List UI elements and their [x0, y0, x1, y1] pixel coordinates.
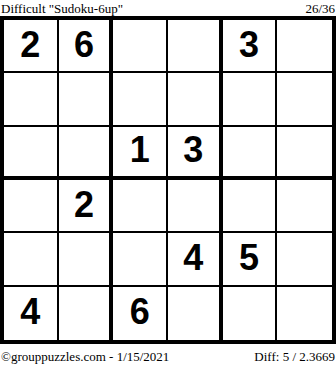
cell-r4c2-given-2[interactable]: 2: [59, 180, 114, 233]
cell-r4c3-empty[interactable]: [113, 180, 168, 233]
difficulty-rating: Diff: 5 / 2.3669: [254, 349, 335, 365]
cell-r3c6-empty[interactable]: [277, 127, 332, 180]
cell-r1c6-empty[interactable]: [277, 20, 332, 73]
cell-r2c1-empty[interactable]: [4, 73, 59, 126]
header: Difficult "Sudoku-6up" 26/36: [0, 0, 336, 16]
cell-r3c3-given-1[interactable]: 1: [113, 127, 168, 180]
cell-r3c4-given-3[interactable]: 3: [168, 127, 223, 180]
cell-r2c6-empty[interactable]: [277, 73, 332, 126]
cell-r3c1-empty[interactable]: [4, 127, 59, 180]
cell-r6c1-given-4[interactable]: 4: [4, 287, 59, 340]
sudoku-page: Difficult "Sudoku-6up" 26/36 2631324546 …: [0, 0, 336, 370]
cell-r4c5-empty[interactable]: [223, 180, 278, 233]
cell-r4c6-empty[interactable]: [277, 180, 332, 233]
cell-r3c2-empty[interactable]: [59, 127, 114, 180]
cell-r2c3-empty[interactable]: [113, 73, 168, 126]
sudoku-board: 2631324546: [0, 16, 336, 344]
cell-r5c3-empty[interactable]: [113, 233, 168, 286]
cell-r5c4-given-4[interactable]: 4: [168, 233, 223, 286]
cell-r6c4-empty[interactable]: [168, 287, 223, 340]
cell-r5c6-empty[interactable]: [277, 233, 332, 286]
cell-r2c5-empty[interactable]: [223, 73, 278, 126]
cell-r6c3-given-6[interactable]: 6: [113, 287, 168, 340]
cell-r4c1-empty[interactable]: [4, 180, 59, 233]
cell-r1c1-given-2[interactable]: 2: [4, 20, 59, 73]
footer: ©grouppuzzles.com - 1/15/2021 Diff: 5 / …: [0, 349, 336, 365]
cell-r6c5-empty[interactable]: [223, 287, 278, 340]
puzzle-title: Difficult "Sudoku-6up": [1, 1, 123, 16]
cell-r1c4-empty[interactable]: [168, 20, 223, 73]
cell-r5c2-empty[interactable]: [59, 233, 114, 286]
cell-r4c4-empty[interactable]: [168, 180, 223, 233]
cell-r1c3-empty[interactable]: [113, 20, 168, 73]
cell-r5c5-given-5[interactable]: 5: [223, 233, 278, 286]
cell-r6c2-empty[interactable]: [59, 287, 114, 340]
cell-r5c1-empty[interactable]: [4, 233, 59, 286]
cell-r1c5-given-3[interactable]: 3: [223, 20, 278, 73]
cells-remaining-counter: 26/36: [305, 1, 335, 16]
cell-r2c2-empty[interactable]: [59, 73, 114, 126]
copyright-date: ©grouppuzzles.com - 1/15/2021: [1, 349, 169, 365]
cell-r3c5-empty[interactable]: [223, 127, 278, 180]
cell-r6c6-empty[interactable]: [277, 287, 332, 340]
cell-r2c4-empty[interactable]: [168, 73, 223, 126]
cell-r1c2-given-6[interactable]: 6: [59, 20, 114, 73]
